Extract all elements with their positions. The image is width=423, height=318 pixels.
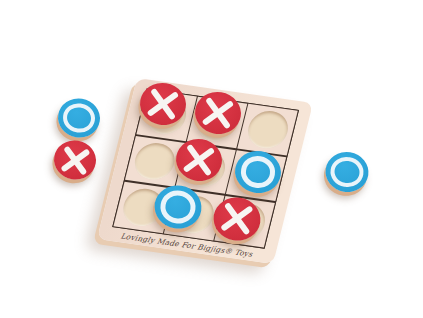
recess [131, 140, 178, 182]
o-piece[interactable] [55, 95, 103, 140]
o-piece[interactable] [323, 149, 372, 195]
pieces-layer [0, 0, 423, 318]
recess [244, 109, 291, 151]
product-photo: Lovingly Made For Bigjigs® Toys [0, 0, 423, 318]
cell-r0c2[interactable] [238, 104, 298, 156]
x-piece[interactable] [51, 137, 99, 182]
